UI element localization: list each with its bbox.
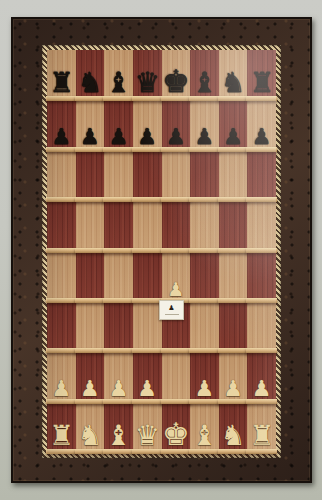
- square-d8[interactable]: ♛: [133, 50, 162, 100]
- square-e2[interactable]: [162, 352, 191, 402]
- beaded-trim: ♜♞♝♛♚♝♞♜♟♟♟♟♟♟♟♟♟♟♟♟♟♟♟♟♜♞♝♛♚♝♞♜ ♟: [42, 45, 281, 458]
- piece-white-q-d1[interactable]: ♛: [133, 422, 162, 450]
- square-b6[interactable]: [76, 151, 105, 201]
- square-f4[interactable]: [190, 252, 219, 302]
- piece-black-p-b7[interactable]: ♟: [76, 126, 105, 148]
- piece-black-n-g8[interactable]: ♞: [219, 69, 248, 97]
- square-a5[interactable]: [47, 201, 76, 251]
- piece-black-r-h8[interactable]: ♜: [247, 69, 276, 97]
- piece-black-b-f8[interactable]: ♝: [190, 69, 219, 97]
- piece-white-p-f2[interactable]: ♟: [190, 378, 219, 400]
- piece-black-q-d8[interactable]: ♛: [133, 69, 162, 97]
- piece-black-p-a7[interactable]: ♟: [47, 126, 76, 148]
- piece-black-p-h7[interactable]: ♟: [247, 126, 276, 148]
- square-h8[interactable]: ♜: [247, 50, 276, 100]
- square-c5[interactable]: [104, 201, 133, 251]
- piece-black-p-f7[interactable]: ♟: [190, 126, 219, 148]
- square-f7[interactable]: ♟: [190, 100, 219, 150]
- square-c2[interactable]: ♟: [104, 352, 133, 402]
- piece-white-p-d2[interactable]: ♟: [133, 378, 162, 400]
- square-g1[interactable]: ♞: [219, 403, 248, 453]
- square-g7[interactable]: ♟: [219, 100, 248, 150]
- piece-black-p-d7[interactable]: ♟: [133, 126, 162, 148]
- square-b4[interactable]: [76, 252, 105, 302]
- square-h6[interactable]: [247, 151, 276, 201]
- square-g4[interactable]: [219, 252, 248, 302]
- square-c1[interactable]: ♝: [104, 403, 133, 453]
- square-a4[interactable]: [47, 252, 76, 302]
- square-b1[interactable]: ♞: [76, 403, 105, 453]
- square-g6[interactable]: [219, 151, 248, 201]
- square-g3[interactable]: [219, 302, 248, 352]
- piece-white-p-a2[interactable]: ♟: [47, 378, 76, 400]
- hang-tag: ♟: [159, 300, 184, 320]
- piece-white-p-e4[interactable]: ♟: [162, 280, 191, 299]
- square-f3[interactable]: [190, 302, 219, 352]
- square-c7[interactable]: ♟: [104, 100, 133, 150]
- square-a6[interactable]: [47, 151, 76, 201]
- square-h3[interactable]: [247, 302, 276, 352]
- piece-white-p-g2[interactable]: ♟: [219, 378, 248, 400]
- square-a1[interactable]: ♜: [47, 403, 76, 453]
- square-d6[interactable]: [133, 151, 162, 201]
- square-h1[interactable]: ♜: [247, 403, 276, 453]
- square-b7[interactable]: ♟: [76, 100, 105, 150]
- piece-white-k-e1[interactable]: ♚: [162, 419, 191, 450]
- piece-white-b-f1[interactable]: ♝: [190, 422, 219, 450]
- square-f2[interactable]: ♟: [190, 352, 219, 402]
- piece-black-p-c7[interactable]: ♟: [104, 126, 133, 148]
- piece-black-r-a8[interactable]: ♜: [47, 69, 76, 97]
- square-d3[interactable]: [133, 302, 162, 352]
- picture-frame: ♜♞♝♛♚♝♞♜♟♟♟♟♟♟♟♟♟♟♟♟♟♟♟♟♜♞♝♛♚♝♞♜ ♟: [11, 17, 312, 483]
- square-h2[interactable]: ♟: [247, 352, 276, 402]
- square-d2[interactable]: ♟: [133, 352, 162, 402]
- square-b5[interactable]: [76, 201, 105, 251]
- square-c8[interactable]: ♝: [104, 50, 133, 100]
- square-e5[interactable]: [162, 201, 191, 251]
- square-h4[interactable]: [247, 252, 276, 302]
- square-c6[interactable]: [104, 151, 133, 201]
- square-f5[interactable]: [190, 201, 219, 251]
- piece-white-b-c1[interactable]: ♝: [104, 422, 133, 450]
- square-f8[interactable]: ♝: [190, 50, 219, 100]
- piece-white-r-h1[interactable]: ♜: [247, 422, 276, 450]
- piece-black-k-e8[interactable]: ♚: [162, 66, 191, 97]
- square-g2[interactable]: ♟: [219, 352, 248, 402]
- square-a7[interactable]: ♟: [47, 100, 76, 150]
- square-c3[interactable]: [104, 302, 133, 352]
- square-f6[interactable]: [190, 151, 219, 201]
- piece-white-n-b1[interactable]: ♞: [76, 422, 105, 450]
- square-a8[interactable]: ♜: [47, 50, 76, 100]
- square-e8[interactable]: ♚: [162, 50, 191, 100]
- square-a2[interactable]: ♟: [47, 352, 76, 402]
- piece-black-p-g7[interactable]: ♟: [219, 126, 248, 148]
- wall: ♜♞♝♛♚♝♞♜♟♟♟♟♟♟♟♟♟♟♟♟♟♟♟♟♜♞♝♛♚♝♞♜ ♟: [0, 0, 322, 500]
- piece-white-p-h2[interactable]: ♟: [247, 378, 276, 400]
- piece-black-b-c8[interactable]: ♝: [104, 69, 133, 97]
- hang-tag-text-line: [165, 314, 179, 315]
- square-b2[interactable]: ♟: [76, 352, 105, 402]
- square-h5[interactable]: [247, 201, 276, 251]
- square-e4[interactable]: ♟: [162, 252, 191, 302]
- square-f1[interactable]: ♝: [190, 403, 219, 453]
- piece-white-n-g1[interactable]: ♞: [219, 422, 248, 450]
- hang-tag-pawn-icon: ♟: [168, 305, 174, 312]
- piece-black-p-e7[interactable]: ♟: [162, 126, 191, 148]
- square-d5[interactable]: [133, 201, 162, 251]
- square-e1[interactable]: ♚: [162, 403, 191, 453]
- square-b3[interactable]: [76, 302, 105, 352]
- square-e6[interactable]: [162, 151, 191, 201]
- square-h7[interactable]: ♟: [247, 100, 276, 150]
- square-e7[interactable]: ♟: [162, 100, 191, 150]
- square-b8[interactable]: ♞: [76, 50, 105, 100]
- square-c4[interactable]: [104, 252, 133, 302]
- square-d1[interactable]: ♛: [133, 403, 162, 453]
- square-d7[interactable]: ♟: [133, 100, 162, 150]
- piece-black-n-b8[interactable]: ♞: [76, 69, 105, 97]
- chess-board: ♜♞♝♛♚♝♞♜♟♟♟♟♟♟♟♟♟♟♟♟♟♟♟♟♜♞♝♛♚♝♞♜ ♟: [47, 50, 276, 453]
- square-a3[interactable]: [47, 302, 76, 352]
- piece-white-p-c2[interactable]: ♟: [104, 378, 133, 400]
- piece-white-p-b2[interactable]: ♟: [76, 378, 105, 400]
- square-g5[interactable]: [219, 201, 248, 251]
- piece-white-r-a1[interactable]: ♜: [47, 422, 76, 450]
- square-g8[interactable]: ♞: [219, 50, 248, 100]
- square-d4[interactable]: [133, 252, 162, 302]
